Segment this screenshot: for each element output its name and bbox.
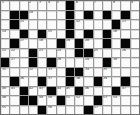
grid-cell[interactable] — [1, 39, 9, 48]
grid-cell[interactable] — [103, 87, 111, 96]
grid-cell[interactable] — [38, 58, 46, 67]
clue-number: 31 — [2, 68, 6, 71]
black-cell — [66, 11, 74, 20]
grid-cell[interactable]: 56 — [47, 106, 55, 115]
black-cell — [10, 11, 18, 20]
grid-cell[interactable] — [57, 106, 65, 115]
clue-number: 55 — [2, 106, 6, 109]
grid-cell[interactable] — [29, 20, 37, 29]
black-cell — [66, 1, 74, 10]
clue-number: 38 — [76, 77, 80, 80]
clue-number: 45 — [66, 87, 70, 90]
clue-number: 51 — [66, 96, 70, 99]
black-cell — [121, 11, 129, 20]
grid-cell[interactable]: 50 — [47, 96, 55, 105]
grid-cell[interactable]: 38 — [75, 77, 83, 86]
grid-cell[interactable] — [10, 96, 18, 105]
clue-number: 30 — [113, 58, 117, 61]
clue-number: 28 — [57, 58, 61, 61]
grid-cell[interactable] — [94, 87, 102, 96]
grid-cell[interactable] — [131, 106, 139, 115]
grid-cell[interactable] — [121, 106, 129, 115]
clue-number: 1 — [2, 1, 4, 4]
grid-cell[interactable] — [103, 106, 111, 115]
clue-number: 50 — [48, 96, 52, 99]
black-cell — [29, 58, 37, 67]
grid-cell[interactable] — [121, 58, 129, 67]
clue-number: 17 — [20, 39, 24, 42]
grid-cell[interactable]: 51 — [66, 96, 74, 105]
black-cell — [47, 87, 55, 96]
black-cell — [84, 30, 92, 39]
clue-number: 2 — [29, 1, 31, 4]
black-cell — [20, 11, 28, 20]
grid-cell[interactable] — [57, 11, 65, 20]
grid-cell[interactable]: 12 — [75, 20, 83, 29]
clue-number: 52 — [76, 96, 80, 99]
grid-cell[interactable]: 16 — [112, 30, 120, 39]
black-cell — [66, 77, 74, 86]
clue-number: 33 — [48, 68, 52, 71]
grid-cell[interactable]: 9 — [131, 1, 139, 10]
grid-cell[interactable]: 54 — [112, 96, 120, 105]
grid-cell[interactable]: 45 — [66, 87, 74, 96]
black-cell — [38, 77, 46, 86]
clue-number: 40 — [2, 87, 6, 90]
grid-cell[interactable] — [57, 68, 65, 77]
black-cell — [38, 30, 46, 39]
grid-cell[interactable] — [20, 58, 28, 67]
clue-number: 5 — [57, 1, 59, 4]
black-cell — [84, 106, 92, 115]
grid-cell[interactable]: 55 — [1, 106, 9, 115]
grid-cell[interactable] — [66, 106, 74, 115]
clue-number: 14 — [2, 30, 6, 33]
grid-cell[interactable] — [38, 11, 46, 20]
clue-number: 42 — [29, 87, 33, 90]
clue-number: 15 — [48, 30, 52, 33]
grid-cell[interactable] — [20, 49, 28, 58]
grid-cell[interactable] — [112, 106, 120, 115]
grid-cell[interactable]: 52 — [75, 96, 83, 105]
grid-cell[interactable] — [29, 30, 37, 39]
grid-cell[interactable] — [121, 96, 129, 105]
grid-cell[interactable]: 36 — [20, 77, 28, 86]
black-cell — [75, 68, 83, 77]
clue-number: 36 — [20, 77, 24, 80]
black-cell — [20, 30, 28, 39]
grid-cell[interactable]: 29 — [84, 58, 92, 67]
grid-cell[interactable] — [47, 20, 55, 29]
grid-cell[interactable] — [75, 106, 83, 115]
grid-cell[interactable]: 46 — [84, 87, 92, 96]
grid-cell[interactable]: 7 — [94, 1, 102, 10]
black-cell — [94, 77, 102, 86]
grid-cell[interactable]: 6 — [75, 1, 83, 10]
grid-cell[interactable] — [103, 20, 111, 29]
grid-cell[interactable]: 28 — [57, 58, 65, 67]
grid-cell[interactable]: 37 — [47, 77, 55, 86]
grid-cell[interactable]: 15 — [47, 30, 55, 39]
grid-cell[interactable] — [57, 20, 65, 29]
clue-number: 34 — [85, 68, 89, 71]
grid-cell[interactable] — [131, 39, 139, 48]
clue-number: 46 — [85, 87, 89, 90]
grid-cell[interactable] — [75, 11, 83, 20]
grid-cell[interactable]: 2 — [29, 1, 37, 10]
clue-number: 56 — [48, 106, 52, 109]
clue-number: 32 — [29, 68, 33, 71]
clue-number: 7 — [94, 1, 96, 4]
grid-cell[interactable] — [1, 77, 9, 86]
grid-cell[interactable] — [112, 49, 120, 58]
black-cell — [103, 30, 111, 39]
clue-number: 16 — [113, 30, 117, 33]
grid-cell[interactable] — [131, 49, 139, 58]
grid-cell[interactable] — [121, 68, 129, 77]
grid-cell[interactable] — [84, 1, 92, 10]
grid-cell[interactable]: 24 — [57, 49, 65, 58]
grid-cell[interactable]: 26 — [121, 49, 129, 58]
grid-cell[interactable]: 42 — [29, 87, 37, 96]
grid-cell[interactable] — [29, 77, 37, 86]
black-cell — [10, 39, 18, 48]
grid-cell[interactable]: 27 — [10, 58, 18, 67]
clue-number: 3 — [39, 1, 41, 4]
grid-cell[interactable]: 35 — [103, 68, 111, 77]
clue-number: 57 — [94, 106, 98, 109]
clue-number: 13 — [122, 20, 126, 23]
black-cell — [66, 30, 74, 39]
clue-number: 20 — [85, 39, 89, 42]
grid-cell[interactable]: 1 — [1, 1, 9, 10]
grid-cell[interactable]: 5 — [57, 1, 65, 10]
grid-cell[interactable] — [75, 30, 83, 39]
clue-number: 37 — [48, 77, 52, 80]
clue-number: 4 — [48, 1, 50, 4]
black-cell — [47, 58, 55, 67]
grid-cell[interactable]: 40 — [1, 87, 9, 96]
black-cell — [57, 96, 65, 105]
grid-cell[interactable] — [57, 77, 65, 86]
black-cell — [84, 11, 92, 20]
grid-cell[interactable] — [84, 96, 92, 105]
black-cell — [29, 96, 37, 105]
grid-cell[interactable] — [38, 20, 46, 29]
clue-number: 25 — [94, 49, 98, 52]
grid-cell[interactable]: 44 — [57, 87, 65, 96]
grid-cell[interactable]: 39 — [103, 77, 111, 86]
grid-cell[interactable]: 20 — [84, 39, 92, 48]
grid-cell[interactable] — [94, 20, 102, 29]
grid-cell[interactable] — [94, 11, 102, 20]
clue-number: 41 — [11, 87, 15, 90]
grid-cell[interactable]: 53 — [103, 96, 111, 105]
grid-cell[interactable] — [20, 106, 28, 115]
grid-cell[interactable] — [131, 77, 139, 86]
grid-cell[interactable] — [112, 77, 120, 86]
grid-cell[interactable]: 19 — [66, 39, 74, 48]
grid-cell[interactable] — [57, 30, 65, 39]
grid-cell[interactable]: 49 — [38, 96, 46, 105]
grid-cell[interactable]: 34 — [84, 68, 92, 77]
grid-cell[interactable] — [131, 87, 139, 96]
grid-cell[interactable]: 43 — [38, 87, 46, 96]
grid-cell[interactable] — [131, 58, 139, 67]
clue-number: 19 — [66, 39, 70, 42]
clue-number: 6 — [76, 1, 78, 4]
clue-number: 44 — [57, 87, 61, 90]
grid-cell[interactable] — [10, 30, 18, 39]
black-cell — [75, 39, 83, 48]
clue-number: 39 — [103, 77, 107, 80]
grid-cell[interactable] — [10, 1, 18, 10]
clue-number: 26 — [122, 49, 126, 52]
clue-number: 24 — [57, 49, 61, 52]
clue-number: 54 — [113, 96, 117, 99]
grid-cell[interactable]: 4 — [47, 1, 55, 10]
black-cell — [103, 58, 111, 67]
black-cell — [38, 106, 46, 115]
clue-number: 48 — [2, 96, 6, 99]
grid-cell[interactable] — [131, 30, 139, 39]
clue-number: 22 — [11, 49, 15, 52]
grid-cell[interactable]: 47 — [121, 87, 129, 96]
clue-number: 12 — [76, 20, 80, 23]
grid-cell[interactable] — [1, 20, 9, 29]
grid-cell[interactable] — [10, 68, 18, 77]
grid-cell[interactable]: 33 — [47, 68, 55, 77]
grid-cell[interactable] — [47, 39, 55, 48]
grid-cell[interactable] — [29, 106, 37, 115]
grid-cell[interactable] — [103, 1, 111, 10]
black-cell — [84, 49, 92, 58]
grid-cell[interactable] — [94, 68, 102, 77]
black-cell — [10, 20, 18, 29]
grid-cell[interactable] — [94, 30, 102, 39]
black-cell — [112, 20, 120, 29]
grid-cell[interactable] — [103, 49, 111, 58]
grid-cell[interactable]: 25 — [94, 49, 102, 58]
clue-number: 43 — [39, 87, 43, 90]
clue-number: 35 — [103, 68, 107, 71]
black-cell — [103, 11, 111, 20]
clue-number: 53 — [103, 96, 107, 99]
grid-cell[interactable] — [29, 39, 37, 48]
grid-cell[interactable] — [121, 1, 129, 10]
grid-cell[interactable] — [131, 68, 139, 77]
grid-cell[interactable]: 30 — [112, 58, 120, 67]
black-cell — [94, 96, 102, 105]
grid-cell[interactable]: 32 — [29, 68, 37, 77]
grid-cell[interactable] — [84, 77, 92, 86]
black-cell — [66, 20, 74, 29]
black-cell — [121, 77, 129, 86]
clue-number: 21 — [2, 49, 6, 52]
grid-cell[interactable] — [131, 11, 139, 20]
clue-number: 27 — [11, 58, 15, 61]
grid-cell[interactable]: 11 — [20, 20, 28, 29]
grid-cell[interactable] — [112, 11, 120, 20]
grid-cell[interactable] — [112, 39, 120, 48]
grid-cell[interactable] — [75, 58, 83, 67]
grid-cell[interactable]: 23 — [38, 49, 46, 58]
grid-cell[interactable] — [10, 106, 18, 115]
black-cell — [121, 39, 129, 48]
grid-cell[interactable]: 10 — [29, 11, 37, 20]
grid-cell[interactable]: 41 — [10, 87, 18, 96]
grid-cell[interactable] — [94, 39, 102, 48]
clue-number: 18 — [39, 39, 43, 42]
grid-cell[interactable] — [66, 49, 74, 58]
grid-cell[interactable] — [94, 58, 102, 67]
black-cell — [20, 96, 28, 105]
clue-number: 29 — [85, 58, 89, 61]
black-cell — [20, 87, 28, 96]
grid-cell[interactable]: 57 — [94, 106, 102, 115]
grid-cell[interactable] — [47, 49, 55, 58]
grid-cell[interactable] — [1, 11, 9, 20]
grid-cell[interactable] — [112, 68, 120, 77]
grid-cell[interactable] — [38, 68, 46, 77]
grid-cell[interactable]: 22 — [10, 49, 18, 58]
grid-cell[interactable] — [131, 96, 139, 105]
grid-cell[interactable]: 3 — [38, 1, 46, 10]
clue-number: 23 — [39, 49, 43, 52]
clue-number: 47 — [122, 87, 126, 90]
grid-cell[interactable]: 8 — [112, 1, 120, 10]
clue-number: 9 — [131, 1, 133, 4]
black-cell — [29, 49, 37, 58]
black-cell — [1, 58, 9, 67]
grid-cell[interactable] — [131, 20, 139, 29]
black-cell — [57, 39, 65, 48]
grid-cell[interactable] — [66, 58, 74, 67]
clue-number: 11 — [20, 20, 24, 23]
grid-cell[interactable] — [84, 20, 92, 29]
clue-number: 49 — [39, 96, 43, 99]
black-cell — [10, 77, 18, 86]
grid-cell[interactable]: 13 — [121, 20, 129, 29]
black-cell — [75, 87, 83, 96]
grid-cell[interactable]: 14 — [1, 30, 9, 39]
grid-cell[interactable]: 18 — [38, 39, 46, 48]
grid-cell[interactable]: 17 — [20, 39, 28, 48]
clue-number: 10 — [29, 11, 33, 14]
grid-cell[interactable] — [20, 1, 28, 10]
grid-cell[interactable]: 48 — [1, 96, 9, 105]
grid-cell[interactable] — [121, 30, 129, 39]
grid-cell[interactable]: 21 — [1, 49, 9, 58]
grid-cell[interactable] — [47, 11, 55, 20]
crossword-grid: 1234567891011121314151617181920212223242… — [0, 0, 140, 115]
black-cell — [66, 68, 74, 77]
black-cell — [112, 87, 120, 96]
black-cell — [103, 39, 111, 48]
clue-number: 8 — [113, 1, 115, 4]
grid-cell[interactable] — [20, 68, 28, 77]
black-cell — [75, 49, 83, 58]
grid-cell[interactable]: 31 — [1, 68, 9, 77]
